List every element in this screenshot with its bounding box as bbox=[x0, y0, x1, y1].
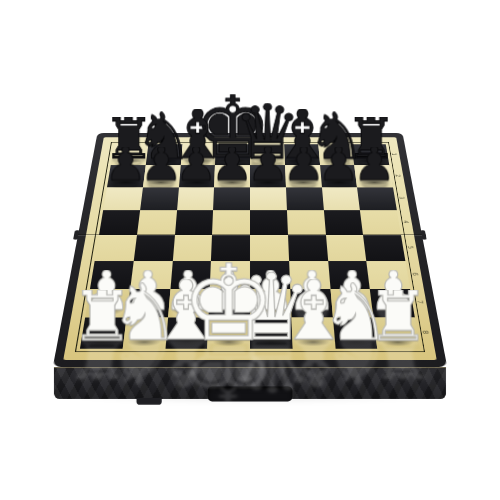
square-a1: ♜♜ bbox=[80, 318, 126, 349]
board-grid: ♜♜♞♞♝♝♚♚♛♛♝♝♞♞♜♜♟♟♟♟♟♟♟♟♟♟♟♟♟♟♟♟♟♟♟♟♟♟♟♟… bbox=[80, 144, 420, 349]
square-b4 bbox=[133, 235, 174, 261]
square-d6 bbox=[213, 187, 250, 210]
square-d7: ♟♟ bbox=[214, 165, 250, 187]
board-front-edge bbox=[54, 367, 446, 399]
rank-label-2: 2 bbox=[393, 172, 402, 179]
square-e6 bbox=[250, 187, 287, 210]
rank-label-4: 4 bbox=[401, 218, 410, 226]
square-h7: ♟♟ bbox=[354, 165, 393, 187]
hinge-left bbox=[73, 230, 80, 239]
square-c5 bbox=[175, 210, 214, 235]
rank-label-5: 5 bbox=[405, 243, 415, 251]
square-d5 bbox=[212, 210, 250, 235]
white-rook: ♜ bbox=[71, 290, 133, 344]
square-b6 bbox=[140, 187, 179, 210]
square-f6 bbox=[286, 187, 324, 210]
square-a6 bbox=[103, 187, 143, 210]
rank-label-1: 1 bbox=[390, 151, 398, 158]
hinge-tab bbox=[136, 398, 161, 405]
white-rook: ♜ bbox=[367, 290, 429, 344]
square-c6 bbox=[177, 187, 215, 210]
square-g6 bbox=[321, 187, 360, 210]
square-e5 bbox=[250, 210, 288, 235]
square-h5 bbox=[360, 210, 401, 235]
product-photo: 12345678 ♜♜♞♞♝♝♚♚♛♛♝♝♞♞♜♜♟♟♟♟♟♟♟♟♟♟♟♟♟♟♟… bbox=[0, 0, 500, 500]
square-f7: ♟♟ bbox=[285, 165, 322, 187]
square-d1: ♚♚ bbox=[207, 318, 250, 349]
chess-board: 12345678 ♜♜♞♞♝♝♚♚♛♛♝♝♞♞♜♜♟♟♟♟♟♟♟♟♟♟♟♟♟♟♟… bbox=[53, 133, 447, 367]
hinge-right bbox=[420, 230, 427, 239]
square-g4 bbox=[326, 235, 367, 261]
square-h6 bbox=[357, 187, 397, 210]
latch-notch bbox=[208, 386, 293, 401]
square-b5 bbox=[137, 210, 177, 235]
square-c7: ♟♟ bbox=[179, 165, 216, 187]
square-g7: ♟♟ bbox=[320, 165, 358, 187]
square-e7: ♟♟ bbox=[250, 165, 286, 187]
board-sheet: 12345678 ♜♜♞♞♝♝♚♚♛♛♝♝♞♞♜♜♟♟♟♟♟♟♟♟♟♟♟♟♟♟♟… bbox=[63, 137, 437, 360]
square-h4 bbox=[363, 235, 405, 261]
square-a4 bbox=[95, 235, 137, 261]
square-f5 bbox=[287, 210, 326, 235]
square-g5 bbox=[323, 210, 363, 235]
rank-label-3: 3 bbox=[397, 194, 406, 201]
square-a5 bbox=[99, 210, 140, 235]
white-king: ♚ bbox=[182, 262, 276, 344]
square-h1: ♜♜ bbox=[374, 318, 420, 349]
